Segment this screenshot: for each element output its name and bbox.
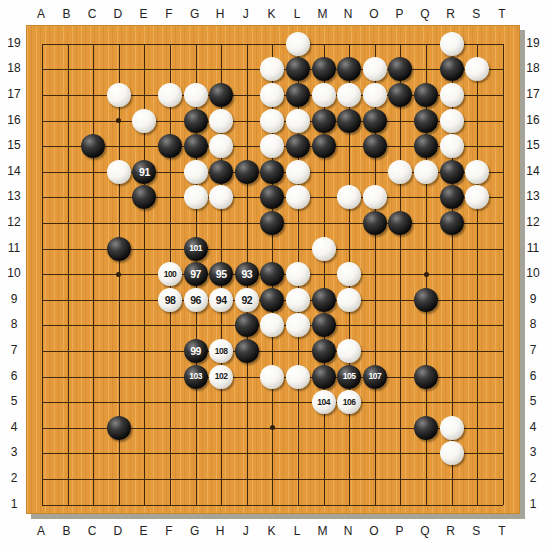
black-stone-M8 (312, 313, 336, 337)
black-stone-R12 (440, 211, 464, 235)
white-stone-L13 (286, 185, 310, 209)
coord-label-bottom-S: S (472, 524, 480, 538)
black-stone-L17 (286, 83, 310, 107)
white-stone-R15 (440, 134, 464, 158)
coord-label-top-B: B (63, 7, 71, 21)
coord-label-bottom-T: T (498, 524, 505, 538)
white-stone-P14 (388, 160, 412, 184)
white-stone-D14 (107, 160, 131, 184)
white-stone-K16 (260, 109, 284, 133)
move-number-label: 97 (190, 269, 201, 280)
go-board[interactable]: 9110110097959398969492991081031021051071… (26, 25, 520, 514)
coord-label-right-2: 2 (530, 471, 537, 485)
white-stone-K18 (260, 57, 284, 81)
coord-label-bottom-D: D (113, 524, 122, 538)
coord-label-left-12: 12 (7, 215, 20, 229)
black-stone-M7 (312, 339, 336, 363)
coord-label-right-8: 8 (530, 317, 537, 331)
coord-label-left-1: 1 (11, 497, 18, 511)
coord-label-right-18: 18 (526, 61, 539, 75)
black-stone-K12 (260, 211, 284, 235)
black-stone-N16 (337, 109, 361, 133)
black-stone-M16 (312, 109, 336, 133)
star-point (116, 272, 121, 277)
coord-label-top-N: N (344, 7, 353, 21)
white-stone-R19 (440, 32, 464, 56)
coord-label-left-3: 3 (11, 445, 18, 459)
white-stone-H9: 94 (209, 288, 233, 312)
black-stone-R18 (440, 57, 464, 81)
black-stone-G7: 99 (184, 339, 208, 363)
move-number-label: 98 (165, 295, 176, 306)
coord-label-right-11: 11 (527, 241, 539, 255)
coord-label-bottom-E: E (139, 524, 147, 538)
coord-label-top-O: O (369, 7, 378, 21)
black-stone-C15 (81, 134, 105, 158)
white-stone-R3 (440, 441, 464, 465)
coord-label-top-D: D (113, 7, 122, 21)
black-stone-D4 (107, 416, 131, 440)
coord-label-bottom-H: H (216, 524, 225, 538)
white-stone-L9 (286, 288, 310, 312)
black-stone-Q17 (414, 83, 438, 107)
coord-label-top-E: E (139, 7, 147, 21)
white-stone-Q14 (414, 160, 438, 184)
coord-label-bottom-M: M (318, 524, 328, 538)
move-number-label: 99 (190, 346, 201, 357)
coord-label-bottom-Q: Q (420, 524, 429, 538)
white-stone-N5: 106 (337, 390, 361, 414)
white-stone-R4 (440, 416, 464, 440)
black-stone-G6: 103 (184, 365, 208, 389)
coord-label-bottom-B: B (63, 524, 71, 538)
black-stone-O15 (363, 134, 387, 158)
white-stone-G17 (184, 83, 208, 107)
coord-label-left-7: 7 (11, 343, 18, 357)
black-stone-G15 (184, 134, 208, 158)
coord-label-bottom-G: G (190, 524, 199, 538)
coord-label-left-2: 2 (11, 471, 18, 485)
white-stone-N17 (337, 83, 361, 107)
black-stone-O12 (363, 211, 387, 235)
black-stone-Q6 (414, 365, 438, 389)
white-stone-F9: 98 (158, 288, 182, 312)
grid-line-horizontal (42, 505, 503, 506)
white-stone-F17 (158, 83, 182, 107)
black-stone-G11: 101 (184, 237, 208, 261)
coord-label-right-13: 13 (526, 189, 539, 203)
white-stone-N7 (337, 339, 361, 363)
coord-label-bottom-J: J (243, 524, 249, 538)
white-stone-S18 (465, 57, 489, 81)
white-stone-H13 (209, 185, 233, 209)
coord-label-left-17: 17 (7, 87, 20, 101)
star-point (424, 272, 429, 277)
coord-label-top-M: M (318, 7, 328, 21)
coord-label-left-13: 13 (7, 189, 20, 203)
black-stone-K13 (260, 185, 284, 209)
white-stone-L8 (286, 313, 310, 337)
move-number-label: 102 (215, 372, 228, 381)
coord-label-right-19: 19 (526, 36, 539, 50)
white-stone-M17 (312, 83, 336, 107)
black-stone-Q15 (414, 134, 438, 158)
grid-line-horizontal (42, 351, 503, 352)
white-stone-D17 (107, 83, 131, 107)
white-stone-K8 (260, 313, 284, 337)
grid-line-horizontal (42, 453, 503, 454)
coord-label-left-14: 14 (7, 164, 20, 178)
white-stone-L6 (286, 365, 310, 389)
star-point (270, 425, 275, 430)
black-stone-M9 (312, 288, 336, 312)
white-stone-M5: 104 (312, 390, 336, 414)
grid-line-vertical (400, 44, 401, 505)
move-number-label: 95 (216, 269, 227, 280)
coord-label-right-5: 5 (530, 394, 537, 408)
black-stone-M18 (312, 57, 336, 81)
black-stone-R13 (440, 185, 464, 209)
black-stone-M15 (312, 134, 336, 158)
grid-line-horizontal (42, 402, 503, 403)
black-stone-Q9 (414, 288, 438, 312)
black-stone-J10: 93 (235, 262, 259, 286)
white-stone-K17 (260, 83, 284, 107)
coord-label-top-C: C (88, 7, 97, 21)
coord-label-bottom-C: C (88, 524, 97, 538)
white-stone-N13 (337, 185, 361, 209)
white-stone-G13 (184, 185, 208, 209)
white-stone-G14 (184, 160, 208, 184)
move-number-label: 100 (164, 270, 177, 279)
coord-label-top-T: T (498, 7, 505, 21)
black-stone-Q16 (414, 109, 438, 133)
coord-label-right-1: 1 (530, 497, 537, 511)
coord-label-top-S: S (472, 7, 480, 21)
move-number-label: 106 (343, 398, 356, 407)
coord-label-top-Q: Q (420, 7, 429, 21)
coord-label-top-H: H (216, 7, 225, 21)
black-stone-R14 (440, 160, 464, 184)
coord-label-left-4: 4 (11, 420, 18, 434)
black-stone-L18 (286, 57, 310, 81)
move-number-label: 101 (189, 244, 202, 253)
coord-label-right-16: 16 (526, 113, 539, 127)
coord-label-right-10: 10 (526, 266, 539, 280)
black-stone-E13 (132, 185, 156, 209)
black-stone-N18 (337, 57, 361, 81)
black-stone-K9 (260, 288, 284, 312)
coord-label-right-12: 12 (526, 215, 539, 229)
black-stone-P17 (388, 83, 412, 107)
black-stone-P12 (388, 211, 412, 235)
black-stone-J7 (235, 339, 259, 363)
coord-label-top-J: J (243, 7, 249, 21)
black-stone-M6 (312, 365, 336, 389)
go-diagram: 9110110097959398969492991081031021051071… (0, 0, 550, 550)
black-stone-J8 (235, 313, 259, 337)
white-stone-R16 (440, 109, 464, 133)
move-number-label: 91 (139, 167, 150, 178)
move-number-label: 103 (189, 372, 202, 381)
coord-label-top-F: F (165, 7, 172, 21)
move-number-label: 94 (216, 295, 227, 306)
white-stone-H6: 102 (209, 365, 233, 389)
white-stone-H7: 108 (209, 339, 233, 363)
coord-label-top-P: P (395, 7, 403, 21)
white-stone-O18 (363, 57, 387, 81)
coord-label-left-19: 19 (7, 36, 20, 50)
coord-label-right-17: 17 (526, 87, 539, 101)
white-stone-J9: 92 (235, 288, 259, 312)
black-stone-K14 (260, 160, 284, 184)
grid-line-vertical (477, 44, 478, 505)
black-stone-H17 (209, 83, 233, 107)
black-stone-K10 (260, 262, 284, 286)
white-stone-H15 (209, 134, 233, 158)
coord-label-left-11: 11 (8, 241, 20, 255)
coord-label-right-6: 6 (530, 369, 537, 383)
white-stone-L10 (286, 262, 310, 286)
black-stone-H10: 95 (209, 262, 233, 286)
coord-label-bottom-L: L (294, 524, 301, 538)
black-stone-D11 (107, 237, 131, 261)
white-stone-S14 (465, 160, 489, 184)
coord-label-bottom-N: N (344, 524, 353, 538)
coord-label-left-6: 6 (11, 369, 18, 383)
white-stone-L14 (286, 160, 310, 184)
coord-label-top-K: K (267, 7, 275, 21)
white-stone-H16 (209, 109, 233, 133)
white-stone-L19 (286, 32, 310, 56)
coord-label-top-R: R (446, 7, 455, 21)
black-stone-G16 (184, 109, 208, 133)
move-number-label: 105 (343, 372, 356, 381)
coord-label-left-5: 5 (11, 394, 18, 408)
grid-line-vertical (503, 44, 504, 505)
white-stone-O13 (363, 185, 387, 209)
black-stone-L15 (286, 134, 310, 158)
white-stone-S13 (465, 185, 489, 209)
coord-label-left-16: 16 (7, 113, 20, 127)
coord-label-left-8: 8 (11, 317, 18, 331)
coord-label-bottom-R: R (446, 524, 455, 538)
white-stone-N10 (337, 262, 361, 286)
white-stone-L16 (286, 109, 310, 133)
white-stone-K6 (260, 365, 284, 389)
move-number-label: 107 (368, 372, 381, 381)
black-stone-Q4 (414, 416, 438, 440)
coord-label-left-9: 9 (11, 292, 18, 306)
white-stone-E16 (132, 109, 156, 133)
move-number-label: 96 (190, 295, 201, 306)
white-stone-R17 (440, 83, 464, 107)
coord-label-top-A: A (37, 7, 45, 21)
coord-label-bottom-A: A (37, 524, 45, 538)
coord-label-left-18: 18 (7, 61, 20, 75)
coord-label-top-G: G (190, 7, 199, 21)
star-point (116, 118, 121, 123)
move-number-label: 108 (215, 347, 228, 356)
white-stone-G9: 96 (184, 288, 208, 312)
grid-line-horizontal (42, 479, 503, 480)
coord-label-top-L: L (294, 7, 301, 21)
black-stone-G10: 97 (184, 262, 208, 286)
coord-label-left-10: 10 (7, 266, 20, 280)
coord-label-right-3: 3 (530, 445, 537, 459)
white-stone-K15 (260, 134, 284, 158)
black-stone-E14: 91 (132, 160, 156, 184)
black-stone-J14 (235, 160, 259, 184)
coord-label-bottom-F: F (165, 524, 172, 538)
coord-label-right-7: 7 (530, 343, 537, 357)
coord-label-right-14: 14 (526, 164, 539, 178)
move-number-label: 92 (241, 295, 252, 306)
black-stone-H14 (209, 160, 233, 184)
black-stone-N6: 105 (337, 365, 361, 389)
coord-label-bottom-K: K (267, 524, 275, 538)
coord-label-right-15: 15 (526, 138, 539, 152)
move-number-label: 104 (317, 398, 330, 407)
white-stone-F10: 100 (158, 262, 182, 286)
coord-label-bottom-P: P (395, 524, 403, 538)
move-number-label: 93 (241, 269, 252, 280)
coord-label-bottom-O: O (369, 524, 378, 538)
white-stone-N9 (337, 288, 361, 312)
coord-label-right-9: 9 (530, 292, 537, 306)
black-stone-F15 (158, 134, 182, 158)
white-stone-M11 (312, 237, 336, 261)
black-stone-O16 (363, 109, 387, 133)
coord-label-right-4: 4 (530, 420, 537, 434)
coord-label-left-15: 15 (7, 138, 20, 152)
black-stone-O6: 107 (363, 365, 387, 389)
white-stone-O17 (363, 83, 387, 107)
black-stone-P18 (388, 57, 412, 81)
